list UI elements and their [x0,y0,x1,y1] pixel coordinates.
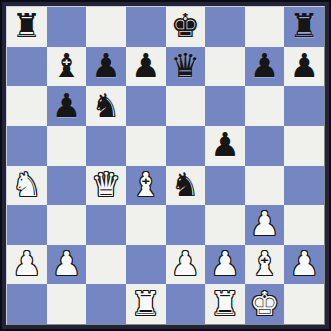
square-d7[interactable]: ♟ [126,47,166,87]
square-f6[interactable] [205,86,245,126]
piece-black-queen[interactable]: ♛ [171,49,201,82]
square-h7[interactable]: ♟ [284,47,324,87]
piece-white-rook[interactable]: ♜ [210,287,240,320]
piece-white-king[interactable]: ♚ [250,287,280,320]
square-f7[interactable] [205,47,245,87]
square-d5[interactable] [126,126,166,166]
piece-white-queen[interactable]: ♛ [91,168,121,201]
piece-white-pawn[interactable]: ♟ [12,247,42,280]
square-e7[interactable]: ♛ [166,47,206,87]
piece-white-bishop[interactable]: ♝ [131,168,161,201]
square-f2[interactable]: ♟ [205,245,245,285]
square-a1[interactable] [7,284,47,324]
square-c7[interactable]: ♟ [86,47,126,87]
square-a2[interactable]: ♟ [7,245,47,285]
square-c3[interactable] [86,205,126,245]
piece-white-pawn[interactable]: ♟ [210,247,240,280]
square-e3[interactable] [166,205,206,245]
square-g6[interactable] [245,86,285,126]
square-b5[interactable] [47,126,87,166]
piece-black-king[interactable]: ♚ [171,9,201,42]
square-a5[interactable] [7,126,47,166]
square-d6[interactable] [126,86,166,126]
square-e8[interactable]: ♚ [166,7,206,47]
piece-white-pawn[interactable]: ♟ [171,247,201,280]
square-g5[interactable] [245,126,285,166]
square-g4[interactable] [245,166,285,206]
square-e2[interactable]: ♟ [166,245,206,285]
square-g7[interactable]: ♟ [245,47,285,87]
piece-white-knight[interactable]: ♞ [12,168,42,201]
piece-black-rook[interactable]: ♜ [12,9,42,42]
piece-black-pawn[interactable]: ♟ [131,49,161,82]
square-h2[interactable]: ♟ [284,245,324,285]
board-frame: ♜♚♜♝♟♟♛♟♟♟♞♟♞♛♝♞♟♟♟♟♟♝♟♜♜♚ [0,0,331,331]
square-c8[interactable] [86,7,126,47]
square-b2[interactable]: ♟ [47,245,87,285]
square-e5[interactable] [166,126,206,166]
square-h3[interactable] [284,205,324,245]
piece-white-pawn[interactable]: ♟ [289,247,319,280]
piece-black-pawn[interactable]: ♟ [250,49,280,82]
square-b8[interactable] [47,7,87,47]
square-g3[interactable]: ♟ [245,205,285,245]
square-g8[interactable] [245,7,285,47]
square-a4[interactable]: ♞ [7,166,47,206]
piece-black-knight[interactable]: ♞ [171,168,201,201]
square-c5[interactable] [86,126,126,166]
square-d8[interactable] [126,7,166,47]
square-a7[interactable] [7,47,47,87]
square-f5[interactable]: ♟ [205,126,245,166]
piece-black-pawn[interactable]: ♟ [91,49,121,82]
square-a6[interactable] [7,86,47,126]
square-b7[interactable]: ♝ [47,47,87,87]
square-g1[interactable]: ♚ [245,284,285,324]
square-h5[interactable] [284,126,324,166]
piece-black-knight[interactable]: ♞ [91,89,121,122]
square-c1[interactable] [86,284,126,324]
square-e4[interactable]: ♞ [166,166,206,206]
square-d4[interactable]: ♝ [126,166,166,206]
square-d1[interactable]: ♜ [126,284,166,324]
square-h1[interactable] [284,284,324,324]
square-h8[interactable]: ♜ [284,7,324,47]
square-f8[interactable] [205,7,245,47]
piece-black-pawn[interactable]: ♟ [52,89,82,122]
piece-black-pawn[interactable]: ♟ [289,49,319,82]
piece-white-bishop[interactable]: ♝ [250,247,280,280]
square-f3[interactable] [205,205,245,245]
piece-white-pawn[interactable]: ♟ [250,207,280,240]
square-b3[interactable] [47,205,87,245]
square-g2[interactable]: ♝ [245,245,285,285]
square-d2[interactable] [126,245,166,285]
piece-black-pawn[interactable]: ♟ [210,128,240,161]
square-h6[interactable] [284,86,324,126]
square-c2[interactable] [86,245,126,285]
piece-black-rook[interactable]: ♜ [289,9,319,42]
square-c6[interactable]: ♞ [86,86,126,126]
chess-board: ♜♚♜♝♟♟♛♟♟♟♞♟♞♛♝♞♟♟♟♟♟♝♟♜♜♚ [6,6,325,325]
square-f1[interactable]: ♜ [205,284,245,324]
square-a8[interactable]: ♜ [7,7,47,47]
square-h4[interactable] [284,166,324,206]
square-b1[interactable] [47,284,87,324]
piece-white-pawn[interactable]: ♟ [52,247,82,280]
square-d3[interactable] [126,205,166,245]
square-a3[interactable] [7,205,47,245]
piece-white-rook[interactable]: ♜ [131,287,161,320]
square-f4[interactable] [205,166,245,206]
square-e6[interactable] [166,86,206,126]
piece-black-bishop[interactable]: ♝ [52,49,82,82]
square-e1[interactable] [166,284,206,324]
square-b6[interactable]: ♟ [47,86,87,126]
square-c4[interactable]: ♛ [86,166,126,206]
square-b4[interactable] [47,166,87,206]
